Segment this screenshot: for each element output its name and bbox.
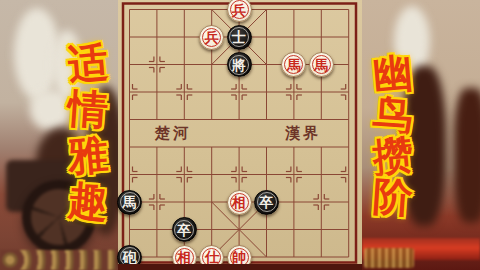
title-char: 情 — [67, 87, 110, 132]
title-char: 阶 — [372, 176, 415, 219]
left-title-shiqingyaqu: 适情雅趣 — [66, 42, 110, 222]
white-figurine-icon — [30, 90, 70, 130]
piece-character: 兵 — [205, 30, 219, 44]
piece-character: 相 — [177, 250, 191, 264]
river-label-chu: 楚河 — [138, 124, 208, 143]
piece-red-elephant[interactable]: 相 — [227, 190, 252, 215]
piece-red-soldier[interactable]: 兵 — [199, 25, 224, 50]
piece-character: 帥 — [232, 250, 246, 264]
piece-character: 砲 — [123, 250, 137, 264]
piece-character: 卒 — [177, 223, 191, 237]
title-char: 适 — [66, 40, 110, 85]
piece-character: 馬 — [314, 58, 328, 72]
piece-character: 將 — [232, 58, 246, 72]
piece-red-horse[interactable]: 馬 — [309, 52, 334, 77]
piece-red-soldier[interactable]: 兵 — [227, 0, 252, 22]
title-char: 趣 — [67, 179, 110, 224]
right-title-youniaozanjie: 幽鸟攒阶 — [371, 54, 415, 217]
title-char: 雅 — [66, 132, 110, 177]
piece-black-soldier[interactable]: 卒 — [254, 190, 279, 215]
piece-character: 兵 — [232, 3, 246, 17]
title-char: 鸟 — [372, 94, 415, 137]
river-label-han: 漢界 — [268, 124, 338, 143]
piece-black-soldier[interactable]: 卒 — [172, 217, 197, 242]
title-char: 幽 — [371, 52, 414, 95]
piece-character: 仕 — [205, 250, 219, 264]
title-char: 攒 — [371, 134, 414, 177]
gold-carving-photo — [364, 248, 414, 268]
piece-character: 卒 — [260, 195, 274, 209]
video-thumbnail: 楚河 漢界 兵兵士將馬馬馬相卒卒砲相仕帥 适情雅趣 幽鸟攒阶 — [0, 0, 480, 270]
piece-black-horse[interactable]: 馬 — [117, 190, 142, 215]
piece-character: 相 — [232, 195, 246, 209]
table-shadow — [118, 264, 362, 270]
piece-character: 馬 — [287, 58, 301, 72]
piece-black-general[interactable]: 將 — [227, 52, 252, 77]
dark-warrior-figurine-icon — [454, 88, 480, 223]
bronze-coins-photo — [0, 250, 118, 270]
xiangqi-board[interactable]: 楚河 漢界 兵兵士將馬馬馬相卒卒砲相仕帥 — [118, 0, 362, 270]
piece-character: 馬 — [123, 195, 137, 209]
piece-character: 士 — [232, 30, 246, 44]
piece-black-advisor[interactable]: 士 — [227, 25, 252, 50]
